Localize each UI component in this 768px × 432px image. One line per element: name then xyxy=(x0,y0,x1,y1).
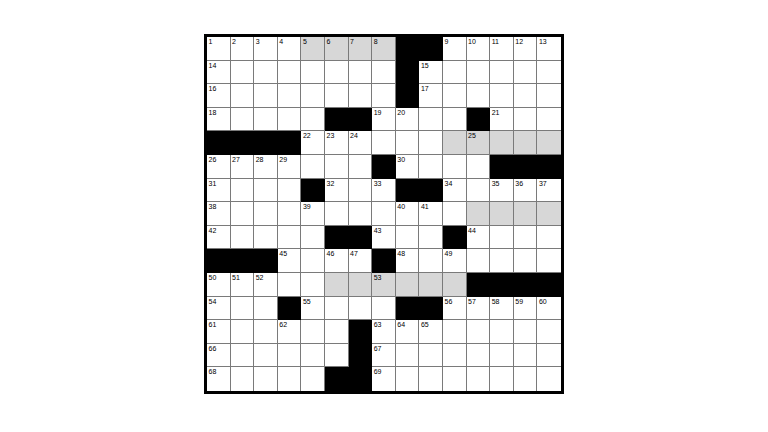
clue-number: 62 xyxy=(279,320,287,329)
cell-r1c13[interactable]: 11 xyxy=(490,37,514,61)
cell-r3c1[interactable]: 16 xyxy=(207,84,231,108)
cell-r7c3[interactable] xyxy=(254,179,278,203)
cell-r7c8[interactable]: 33 xyxy=(372,179,396,203)
cell-r4c1[interactable]: 18 xyxy=(207,108,231,132)
cell-r3c10[interactable]: 17 xyxy=(419,84,443,108)
cell-r11c3[interactable]: 52 xyxy=(254,273,278,297)
cell-r9c10[interactable] xyxy=(419,226,443,250)
clue-number: 51 xyxy=(232,273,240,282)
cell-r6c9[interactable]: 30 xyxy=(396,155,420,179)
clue-number: 16 xyxy=(209,84,217,93)
cell-r14c12[interactable] xyxy=(467,344,491,368)
clue-number: 29 xyxy=(279,155,287,164)
cell-r2c3[interactable] xyxy=(254,61,278,85)
cell-r13c14[interactable] xyxy=(514,320,538,344)
cell-r6c2[interactable]: 27 xyxy=(231,155,255,179)
cell-r3c2[interactable] xyxy=(231,84,255,108)
clue-number: 59 xyxy=(515,297,523,306)
clue-number: 64 xyxy=(397,320,405,329)
cell-r13c10[interactable]: 65 xyxy=(419,320,443,344)
clue-number: 53 xyxy=(374,273,382,282)
block-cell-r5c3 xyxy=(254,131,278,155)
cell-r15c10[interactable] xyxy=(419,367,443,391)
cell-r4c14[interactable] xyxy=(514,108,538,132)
cell-r6c5[interactable] xyxy=(301,155,325,179)
cell-r8c11[interactable] xyxy=(443,202,467,226)
clue-number: 40 xyxy=(397,202,405,211)
cell-r7c14[interactable]: 36 xyxy=(514,179,538,203)
block-cell-r12c9 xyxy=(396,297,420,321)
cell-r4c10[interactable] xyxy=(419,108,443,132)
cell-r11c7[interactable] xyxy=(349,273,373,297)
cell-r15c13[interactable] xyxy=(490,367,514,391)
block-cell-r5c4 xyxy=(278,131,302,155)
cell-r4c4[interactable] xyxy=(278,108,302,132)
cell-r5c15[interactable] xyxy=(537,131,561,155)
cell-r15c5[interactable] xyxy=(301,367,325,391)
clue-number: 6 xyxy=(327,37,331,46)
cell-r13c13[interactable] xyxy=(490,320,514,344)
clue-number: 31 xyxy=(209,179,217,188)
block-cell-r4c12 xyxy=(467,108,491,132)
cell-r11c10[interactable] xyxy=(419,273,443,297)
clue-number: 34 xyxy=(445,179,453,188)
clue-number: 50 xyxy=(209,273,217,282)
cell-r15c2[interactable] xyxy=(231,367,255,391)
cell-r2c12[interactable] xyxy=(467,61,491,85)
clue-number: 38 xyxy=(209,202,217,211)
block-cell-r7c5 xyxy=(301,179,325,203)
cell-r4c8[interactable]: 19 xyxy=(372,108,396,132)
block-cell-r10c1 xyxy=(207,249,231,273)
clue-number: 28 xyxy=(256,155,264,164)
clue-number: 66 xyxy=(209,344,217,353)
block-cell-r12c4 xyxy=(278,297,302,321)
cell-r15c11[interactable] xyxy=(443,367,467,391)
clue-number: 30 xyxy=(397,155,405,164)
block-cell-r10c2 xyxy=(231,249,255,273)
clue-number: 37 xyxy=(539,179,547,188)
cell-r11c9[interactable] xyxy=(396,273,420,297)
cell-r11c5[interactable] xyxy=(301,273,325,297)
clue-number: 42 xyxy=(209,226,217,235)
cell-r2c1[interactable]: 14 xyxy=(207,61,231,85)
cell-r11c11[interactable] xyxy=(443,273,467,297)
cell-r9c1[interactable]: 42 xyxy=(207,226,231,250)
cell-r6c12[interactable] xyxy=(467,155,491,179)
clue-number: 44 xyxy=(468,226,476,235)
cell-r2c10[interactable]: 15 xyxy=(419,61,443,85)
cell-r9c13[interactable] xyxy=(490,226,514,250)
clue-number: 7 xyxy=(350,37,354,46)
cell-r1c12[interactable]: 10 xyxy=(467,37,491,61)
cell-r10c13[interactable] xyxy=(490,249,514,273)
clue-number: 39 xyxy=(303,202,311,211)
clue-number: 11 xyxy=(492,37,499,46)
cell-r10c6[interactable]: 46 xyxy=(325,249,349,273)
cell-r12c11[interactable]: 56 xyxy=(443,297,467,321)
cell-r8c5[interactable]: 39 xyxy=(301,202,325,226)
cell-r15c8[interactable]: 69 xyxy=(372,367,396,391)
cell-r9c8[interactable]: 43 xyxy=(372,226,396,250)
block-cell-r9c6 xyxy=(325,226,349,250)
clue-number: 23 xyxy=(327,131,335,140)
cell-r2c7[interactable] xyxy=(349,61,373,85)
cell-r9c4[interactable] xyxy=(278,226,302,250)
cell-r8c8[interactable] xyxy=(372,202,396,226)
cell-r12c5[interactable]: 55 xyxy=(301,297,325,321)
clue-number: 3 xyxy=(256,37,260,46)
cell-r10c15[interactable] xyxy=(537,249,561,273)
block-cell-r5c2 xyxy=(231,131,255,155)
clue-number: 35 xyxy=(492,179,500,188)
cell-r3c8[interactable] xyxy=(372,84,396,108)
cell-r10c14[interactable] xyxy=(514,249,538,273)
clue-number: 2 xyxy=(232,37,236,46)
cell-r13c12[interactable] xyxy=(467,320,491,344)
cell-r1c15[interactable]: 13 xyxy=(537,37,561,61)
cell-r8c13[interactable] xyxy=(490,202,514,226)
cell-r10c9[interactable]: 48 xyxy=(396,249,420,273)
cell-r7c2[interactable] xyxy=(231,179,255,203)
cell-r5c13[interactable] xyxy=(490,131,514,155)
clue-number: 10 xyxy=(468,37,476,46)
clue-number: 18 xyxy=(209,108,217,117)
cell-r1c14[interactable]: 12 xyxy=(514,37,538,61)
clue-number: 8 xyxy=(374,37,378,46)
clue-number: 68 xyxy=(209,367,217,376)
clue-number: 60 xyxy=(539,297,547,306)
cell-r13c2[interactable] xyxy=(231,320,255,344)
cell-r13c8[interactable]: 63 xyxy=(372,320,396,344)
cell-r10c10[interactable] xyxy=(419,249,443,273)
block-cell-r3c9 xyxy=(396,84,420,108)
cell-r15c14[interactable] xyxy=(514,367,538,391)
clue-number: 32 xyxy=(327,179,335,188)
block-cell-r10c8 xyxy=(372,249,396,273)
clue-number: 67 xyxy=(374,344,382,353)
clue-number: 47 xyxy=(350,249,358,258)
cell-r13c9[interactable]: 64 xyxy=(396,320,420,344)
cell-r2c4[interactable] xyxy=(278,61,302,85)
block-cell-r6c13 xyxy=(490,155,514,179)
cell-r12c8[interactable] xyxy=(372,297,396,321)
cell-r8c10[interactable]: 41 xyxy=(419,202,443,226)
cell-r5c5[interactable]: 22 xyxy=(301,131,325,155)
clue-number: 25 xyxy=(468,131,476,140)
cell-r1c8[interactable]: 8 xyxy=(372,37,396,61)
cell-r10c4[interactable]: 45 xyxy=(278,249,302,273)
clue-number: 63 xyxy=(374,320,382,329)
clue-number: 69 xyxy=(374,367,382,376)
cell-r8c7[interactable] xyxy=(349,202,373,226)
cell-r11c1[interactable]: 50 xyxy=(207,273,231,297)
clue-number: 45 xyxy=(279,249,287,258)
cell-r1c7[interactable]: 7 xyxy=(349,37,373,61)
clue-number: 65 xyxy=(421,320,429,329)
cell-r3c14[interactable] xyxy=(514,84,538,108)
clue-number: 48 xyxy=(397,249,405,258)
cell-r14c15[interactable] xyxy=(537,344,561,368)
clue-number: 27 xyxy=(232,155,240,164)
cell-r3c7[interactable] xyxy=(349,84,373,108)
cell-r9c9[interactable] xyxy=(396,226,420,250)
cell-r14c13[interactable] xyxy=(490,344,514,368)
cell-r3c15[interactable] xyxy=(537,84,561,108)
cell-r3c11[interactable] xyxy=(443,84,467,108)
cell-r4c5[interactable] xyxy=(301,108,325,132)
cell-r4c13[interactable]: 21 xyxy=(490,108,514,132)
cell-r6c7[interactable] xyxy=(349,155,373,179)
cell-r5c8[interactable] xyxy=(372,131,396,155)
cell-r3c6[interactable] xyxy=(325,84,349,108)
cell-r2c5[interactable] xyxy=(301,61,325,85)
cell-r14c10[interactable] xyxy=(419,344,443,368)
cell-r1c5[interactable]: 5 xyxy=(301,37,325,61)
cell-r9c14[interactable] xyxy=(514,226,538,250)
clue-number: 54 xyxy=(209,297,217,306)
cell-r9c2[interactable] xyxy=(231,226,255,250)
block-cell-r7c10 xyxy=(419,179,443,203)
cell-r7c11[interactable]: 34 xyxy=(443,179,467,203)
block-cell-r6c14 xyxy=(514,155,538,179)
cell-r3c5[interactable] xyxy=(301,84,325,108)
cell-r4c9[interactable]: 20 xyxy=(396,108,420,132)
cell-r12c7[interactable] xyxy=(349,297,373,321)
clue-number: 13 xyxy=(539,37,547,46)
block-cell-r14c7 xyxy=(349,344,373,368)
page: 1234567891011121314151617181920212223242… xyxy=(0,0,768,432)
cell-r11c2[interactable]: 51 xyxy=(231,273,255,297)
cell-r8c6[interactable] xyxy=(325,202,349,226)
clue-number: 41 xyxy=(421,202,429,211)
clue-number: 61 xyxy=(209,320,217,329)
cell-r13c5[interactable] xyxy=(301,320,325,344)
cell-r15c3[interactable] xyxy=(254,367,278,391)
clue-number: 26 xyxy=(209,155,217,164)
cell-r13c11[interactable] xyxy=(443,320,467,344)
cell-r3c3[interactable] xyxy=(254,84,278,108)
cell-r14c2[interactable] xyxy=(231,344,255,368)
clue-number: 55 xyxy=(303,297,311,306)
cell-r4c3[interactable] xyxy=(254,108,278,132)
cell-r3c4[interactable] xyxy=(278,84,302,108)
clue-number: 46 xyxy=(327,249,335,258)
clue-number: 33 xyxy=(374,179,382,188)
block-cell-r11c14 xyxy=(514,273,538,297)
clue-number: 5 xyxy=(303,37,307,46)
cell-r2c11[interactable] xyxy=(443,61,467,85)
cell-r8c1[interactable]: 38 xyxy=(207,202,231,226)
cell-r14c9[interactable] xyxy=(396,344,420,368)
cell-r6c11[interactable] xyxy=(443,155,467,179)
clue-number: 14 xyxy=(209,61,217,70)
clue-number: 21 xyxy=(492,108,500,117)
block-cell-r1c9 xyxy=(396,37,420,61)
cell-r6c4[interactable]: 29 xyxy=(278,155,302,179)
cell-r7c4[interactable] xyxy=(278,179,302,203)
block-cell-r7c9 xyxy=(396,179,420,203)
clue-number: 15 xyxy=(421,61,429,70)
clue-number: 4 xyxy=(279,37,283,46)
crossword-board: 1234567891011121314151617181920212223242… xyxy=(204,34,564,394)
cell-r10c11[interactable]: 49 xyxy=(443,249,467,273)
cell-r11c6[interactable] xyxy=(325,273,349,297)
cell-r7c7[interactable] xyxy=(349,179,373,203)
cell-r4c15[interactable] xyxy=(537,108,561,132)
cell-r12c6[interactable] xyxy=(325,297,349,321)
block-cell-r9c7 xyxy=(349,226,373,250)
block-cell-r6c8 xyxy=(372,155,396,179)
clue-number: 52 xyxy=(256,273,264,282)
cell-r8c4[interactable] xyxy=(278,202,302,226)
block-cell-r11c13 xyxy=(490,273,514,297)
cell-r6c6[interactable] xyxy=(325,155,349,179)
cell-r14c11[interactable] xyxy=(443,344,467,368)
block-cell-r5c1 xyxy=(207,131,231,155)
clue-number: 36 xyxy=(515,179,523,188)
cell-r15c12[interactable] xyxy=(467,367,491,391)
cell-r9c3[interactable] xyxy=(254,226,278,250)
clue-number: 12 xyxy=(515,37,523,46)
cell-r7c15[interactable]: 37 xyxy=(537,179,561,203)
cell-r11c8[interactable]: 53 xyxy=(372,273,396,297)
cell-r5c9[interactable] xyxy=(396,131,420,155)
block-cell-r9c11 xyxy=(443,226,467,250)
clue-number: 56 xyxy=(445,297,453,306)
clue-number: 49 xyxy=(445,249,453,258)
clue-number: 19 xyxy=(374,108,382,117)
cell-r11c4[interactable] xyxy=(278,273,302,297)
block-cell-r11c12 xyxy=(467,273,491,297)
cell-r8c12[interactable] xyxy=(467,202,491,226)
cell-r14c8[interactable]: 67 xyxy=(372,344,396,368)
cell-r12c12[interactable]: 57 xyxy=(467,297,491,321)
block-cell-r13c7 xyxy=(349,320,373,344)
clue-number: 43 xyxy=(374,226,382,235)
cell-r14c1[interactable]: 66 xyxy=(207,344,231,368)
clue-number: 1 xyxy=(209,37,213,46)
cell-r12c2[interactable] xyxy=(231,297,255,321)
cell-r2c15[interactable] xyxy=(537,61,561,85)
cell-r1c4[interactable]: 4 xyxy=(278,37,302,61)
cell-r12c14[interactable]: 59 xyxy=(514,297,538,321)
block-cell-r15c6 xyxy=(325,367,349,391)
cell-r2c13[interactable] xyxy=(490,61,514,85)
clue-number: 24 xyxy=(350,131,358,140)
cell-r5c6[interactable]: 23 xyxy=(325,131,349,155)
cell-r5c12[interactable]: 25 xyxy=(467,131,491,155)
block-cell-r12c10 xyxy=(419,297,443,321)
cell-r10c12[interactable] xyxy=(467,249,491,273)
cell-r9c5[interactable] xyxy=(301,226,325,250)
clue-number: 20 xyxy=(397,108,405,117)
cell-r12c3[interactable] xyxy=(254,297,278,321)
cell-r6c10[interactable] xyxy=(419,155,443,179)
cell-r3c13[interactable] xyxy=(490,84,514,108)
cell-r14c6[interactable] xyxy=(325,344,349,368)
cell-r7c12[interactable] xyxy=(467,179,491,203)
block-cell-r4c7 xyxy=(349,108,373,132)
cell-r13c6[interactable] xyxy=(325,320,349,344)
cell-r14c4[interactable] xyxy=(278,344,302,368)
clue-number: 58 xyxy=(492,297,500,306)
cell-r4c2[interactable] xyxy=(231,108,255,132)
clue-number: 57 xyxy=(468,297,476,306)
cell-r6c3[interactable]: 28 xyxy=(254,155,278,179)
cell-r13c4[interactable]: 62 xyxy=(278,320,302,344)
cell-r14c3[interactable] xyxy=(254,344,278,368)
cell-r12c1[interactable]: 54 xyxy=(207,297,231,321)
cell-r15c15[interactable] xyxy=(537,367,561,391)
cell-r12c13[interactable]: 58 xyxy=(490,297,514,321)
clue-number: 22 xyxy=(303,131,311,140)
cell-r1c1[interactable]: 1 xyxy=(207,37,231,61)
block-cell-r6c15 xyxy=(537,155,561,179)
cell-r3c12[interactable] xyxy=(467,84,491,108)
cell-r5c7[interactable]: 24 xyxy=(349,131,373,155)
cell-r9c15[interactable] xyxy=(537,226,561,250)
cell-r14c14[interactable] xyxy=(514,344,538,368)
cell-r13c3[interactable] xyxy=(254,320,278,344)
cell-r7c1[interactable]: 31 xyxy=(207,179,231,203)
cell-r1c2[interactable]: 2 xyxy=(231,37,255,61)
cell-r5c10[interactable] xyxy=(419,131,443,155)
block-cell-r10c3 xyxy=(254,249,278,273)
cell-r15c1[interactable]: 68 xyxy=(207,367,231,391)
block-cell-r15c7 xyxy=(349,367,373,391)
cell-r2c2[interactable] xyxy=(231,61,255,85)
block-cell-r2c9 xyxy=(396,61,420,85)
block-cell-r1c10 xyxy=(419,37,443,61)
block-cell-r11c15 xyxy=(537,273,561,297)
clue-number: 17 xyxy=(421,84,429,93)
cell-r12c15[interactable]: 60 xyxy=(537,297,561,321)
cell-r15c9[interactable] xyxy=(396,367,420,391)
cell-r13c1[interactable]: 61 xyxy=(207,320,231,344)
cell-r2c6[interactable] xyxy=(325,61,349,85)
cell-r13c15[interactable] xyxy=(537,320,561,344)
cell-r8c2[interactable] xyxy=(231,202,255,226)
cell-r8c14[interactable] xyxy=(514,202,538,226)
cell-r9c12[interactable]: 44 xyxy=(467,226,491,250)
cell-r14c5[interactable] xyxy=(301,344,325,368)
cell-r2c14[interactable] xyxy=(514,61,538,85)
cell-r8c9[interactable]: 40 xyxy=(396,202,420,226)
cell-r10c7[interactable]: 47 xyxy=(349,249,373,273)
cell-r6c1[interactable]: 26 xyxy=(207,155,231,179)
cell-r8c3[interactable] xyxy=(254,202,278,226)
cell-r1c3[interactable]: 3 xyxy=(254,37,278,61)
cell-r7c6[interactable]: 32 xyxy=(325,179,349,203)
cell-r5c11[interactable] xyxy=(443,131,467,155)
cell-r8c15[interactable] xyxy=(537,202,561,226)
cell-r15c4[interactable] xyxy=(278,367,302,391)
cell-r4c11[interactable] xyxy=(443,108,467,132)
cell-r1c6[interactable]: 6 xyxy=(325,37,349,61)
cell-r7c13[interactable]: 35 xyxy=(490,179,514,203)
cell-r1c11[interactable]: 9 xyxy=(443,37,467,61)
clue-number: 9 xyxy=(445,37,449,46)
cell-r5c14[interactable] xyxy=(514,131,538,155)
block-cell-r4c6 xyxy=(325,108,349,132)
cell-r2c8[interactable] xyxy=(372,61,396,85)
cell-r10c5[interactable] xyxy=(301,249,325,273)
